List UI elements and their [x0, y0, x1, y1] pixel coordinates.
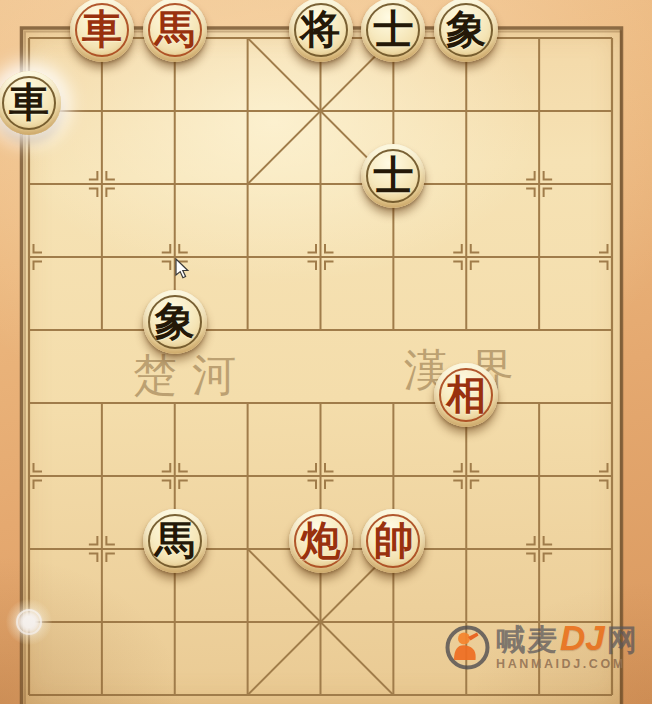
piece-black-elephant[interactable]: 象: [434, 0, 498, 62]
watermark: 喊麦DJ网 HANMAIDJ.COM: [444, 623, 638, 671]
piece-black-horse[interactable]: 馬: [143, 509, 207, 573]
piece-black-general[interactable]: 将: [289, 0, 353, 62]
piece-red-horse[interactable]: 馬: [143, 0, 207, 62]
piece-red-cannon[interactable]: 炮: [289, 509, 353, 573]
piece-glyph: 象: [446, 9, 486, 49]
piece-black-advisor[interactable]: 士: [361, 144, 425, 208]
piece-red-general[interactable]: 帥: [361, 509, 425, 573]
watermark-cn-left: 喊麦: [496, 625, 558, 655]
watermark-logo-icon: [444, 624, 491, 671]
piece-black-elephant[interactable]: 象: [143, 290, 207, 354]
piece-glyph: 士: [373, 9, 413, 49]
watermark-cn-right: 网: [607, 625, 638, 655]
xiangqi-game-screen: 楚河 漢界 車馬将士象車士象相馬炮帥 喊麦DJ网 HANMAIDJ.COM: [0, 0, 652, 704]
piece-glyph: 将: [301, 9, 341, 49]
piece-glyph: 炮: [301, 520, 341, 560]
piece-red-elephant[interactable]: 相: [434, 363, 498, 427]
piece-glyph: 帥: [373, 520, 413, 560]
piece-glyph: 車: [82, 9, 122, 49]
piece-glyph: 士: [373, 155, 413, 195]
piece-glyph: 馬: [155, 520, 195, 560]
watermark-text: 喊麦DJ网 HANMAIDJ.COM: [496, 623, 638, 671]
piece-black-advisor[interactable]: 士: [361, 0, 425, 62]
watermark-url: HANMAIDJ.COM: [496, 657, 638, 671]
xiangqi-board[interactable]: 車馬将士象車士象相馬炮帥: [0, 2, 649, 704]
piece-black-chariot[interactable]: 車: [0, 71, 61, 135]
watermark-dj: DJ: [560, 623, 605, 653]
piece-glyph: 車: [9, 82, 49, 122]
piece-red-chariot[interactable]: 車: [70, 0, 134, 62]
piece-glyph: 象: [155, 301, 195, 341]
piece-glyph: 相: [446, 374, 486, 414]
piece-glyph: 馬: [155, 9, 195, 49]
